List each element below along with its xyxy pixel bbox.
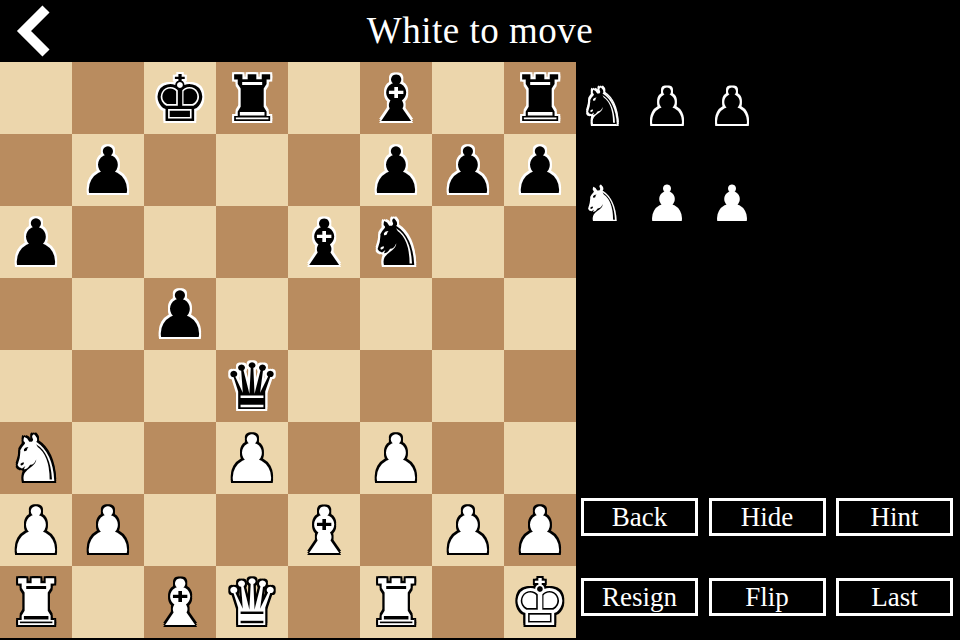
square-f5[interactable]: [360, 278, 432, 350]
square-e5[interactable]: [288, 278, 360, 350]
square-a3[interactable]: ♞: [0, 422, 72, 494]
white-pawn-piece: ♟: [432, 494, 504, 566]
square-f3[interactable]: ♟: [360, 422, 432, 494]
white-pawn-piece: ♟: [360, 422, 432, 494]
white-knight-piece: ♞: [0, 422, 72, 494]
square-e3[interactable]: [288, 422, 360, 494]
captured-white-pieces-tray: ♞♟♟: [580, 179, 754, 229]
side-panel: ♞♟♟ ♞♟♟ BackHideHint ResignFlipLast: [576, 62, 960, 640]
black-pawn-piece: ♟: [504, 134, 576, 206]
square-e6[interactable]: ♝: [288, 206, 360, 278]
square-d3[interactable]: ♟: [216, 422, 288, 494]
captured-black-pawn-icon: ♟: [645, 82, 690, 132]
white-rook-piece: ♜: [0, 566, 72, 638]
square-d8[interactable]: ♜: [216, 62, 288, 134]
square-a5[interactable]: [0, 278, 72, 350]
square-g2[interactable]: ♟: [432, 494, 504, 566]
square-c3[interactable]: [144, 422, 216, 494]
square-e7[interactable]: [288, 134, 360, 206]
white-queen-piece: ♛: [216, 566, 288, 638]
square-c4[interactable]: [144, 350, 216, 422]
square-g6[interactable]: [432, 206, 504, 278]
square-a6[interactable]: ♟: [0, 206, 72, 278]
square-g4[interactable]: [432, 350, 504, 422]
header-bar: White to move: [0, 0, 960, 62]
square-g5[interactable]: [432, 278, 504, 350]
square-f2[interactable]: [360, 494, 432, 566]
black-pawn-piece: ♟: [360, 134, 432, 206]
control-button-row-1: BackHideHint: [581, 498, 953, 536]
black-bishop-piece: ♝: [360, 62, 432, 134]
black-queen-piece: ♛: [216, 350, 288, 422]
black-rook-piece: ♜: [504, 62, 576, 134]
square-b3[interactable]: [72, 422, 144, 494]
square-e8[interactable]: [288, 62, 360, 134]
square-f7[interactable]: ♟: [360, 134, 432, 206]
square-b8[interactable]: [72, 62, 144, 134]
resign-button[interactable]: Resign: [581, 578, 698, 616]
white-pawn-piece: ♟: [72, 494, 144, 566]
square-h1[interactable]: ♚: [504, 566, 576, 638]
square-c5[interactable]: ♟: [144, 278, 216, 350]
white-pawn-piece: ♟: [0, 494, 72, 566]
square-e2[interactable]: ♝: [288, 494, 360, 566]
square-h2[interactable]: ♟: [504, 494, 576, 566]
captured-black-knight-icon: ♞: [580, 82, 625, 132]
square-d2[interactable]: [216, 494, 288, 566]
square-h4[interactable]: [504, 350, 576, 422]
white-pawn-piece: ♟: [504, 494, 576, 566]
captured-black-pawn-icon: ♟: [710, 82, 755, 132]
captured-white-knight-icon: ♞: [580, 179, 625, 229]
black-pawn-piece: ♟: [72, 134, 144, 206]
square-a4[interactable]: [0, 350, 72, 422]
square-f1[interactable]: ♜: [360, 566, 432, 638]
square-f8[interactable]: ♝: [360, 62, 432, 134]
black-knight-piece: ♞: [360, 206, 432, 278]
square-c1[interactable]: ♝: [144, 566, 216, 638]
white-bishop-piece: ♝: [288, 494, 360, 566]
white-rook-piece: ♜: [360, 566, 432, 638]
square-h6[interactable]: [504, 206, 576, 278]
flip-button[interactable]: Flip: [709, 578, 826, 616]
square-d1[interactable]: ♛: [216, 566, 288, 638]
square-c8[interactable]: ♚: [144, 62, 216, 134]
black-pawn-piece: ♟: [144, 278, 216, 350]
last-button[interactable]: Last: [836, 578, 953, 616]
square-a1[interactable]: ♜: [0, 566, 72, 638]
square-g8[interactable]: [432, 62, 504, 134]
hide-button[interactable]: Hide: [709, 498, 826, 536]
square-b7[interactable]: ♟: [72, 134, 144, 206]
square-g1[interactable]: [432, 566, 504, 638]
hint-button[interactable]: Hint: [836, 498, 953, 536]
square-d4[interactable]: ♛: [216, 350, 288, 422]
black-pawn-piece: ♟: [432, 134, 504, 206]
white-pawn-piece: ♟: [216, 422, 288, 494]
square-g3[interactable]: [432, 422, 504, 494]
square-d5[interactable]: [216, 278, 288, 350]
square-c7[interactable]: [144, 134, 216, 206]
black-rook-piece: ♜: [216, 62, 288, 134]
captured-white-pawn-icon: ♟: [645, 179, 690, 229]
white-king-piece: ♚: [504, 566, 576, 638]
square-d7[interactable]: [216, 134, 288, 206]
black-pawn-piece: ♟: [0, 206, 72, 278]
square-b4[interactable]: [72, 350, 144, 422]
black-bishop-piece: ♝: [288, 206, 360, 278]
square-a2[interactable]: ♟: [0, 494, 72, 566]
control-button-row-2: ResignFlipLast: [581, 578, 953, 616]
square-g7[interactable]: ♟: [432, 134, 504, 206]
black-king-piece: ♚: [144, 62, 216, 134]
chess-board: ♚♜♝♜♟♟♟♟♟♝♞♟♛♞♟♟♟♟♝♟♟♜♝♛♜♚: [0, 62, 576, 638]
square-b5[interactable]: [72, 278, 144, 350]
square-e4[interactable]: [288, 350, 360, 422]
square-f6[interactable]: ♞: [360, 206, 432, 278]
square-h8[interactable]: ♜: [504, 62, 576, 134]
captured-white-pawn-icon: ♟: [710, 179, 755, 229]
white-bishop-piece: ♝: [144, 566, 216, 638]
square-h3[interactable]: [504, 422, 576, 494]
square-b1[interactable]: [72, 566, 144, 638]
square-h5[interactable]: [504, 278, 576, 350]
square-c6[interactable]: [144, 206, 216, 278]
square-f4[interactable]: [360, 350, 432, 422]
square-b6[interactable]: [72, 206, 144, 278]
square-a7[interactable]: [0, 134, 72, 206]
square-h7[interactable]: ♟: [504, 134, 576, 206]
square-c2[interactable]: [144, 494, 216, 566]
captured-black-pieces-tray: ♞♟♟: [580, 82, 754, 132]
page-title: White to move: [0, 0, 960, 62]
square-b2[interactable]: ♟: [72, 494, 144, 566]
back-button[interactable]: Back: [581, 498, 698, 536]
square-e1[interactable]: [288, 566, 360, 638]
square-d6[interactable]: [216, 206, 288, 278]
square-a8[interactable]: [0, 62, 72, 134]
